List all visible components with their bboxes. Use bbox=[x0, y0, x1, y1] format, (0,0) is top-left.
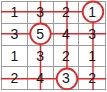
cell-value: 2 bbox=[10, 71, 18, 85]
cell-value: 3 bbox=[88, 27, 96, 41]
cell-r1c1[interactable]: 1 bbox=[2, 2, 28, 24]
cell-value: 1 bbox=[88, 49, 96, 63]
cell-r3c2[interactable]: 3 bbox=[28, 46, 54, 68]
cell-r4c2[interactable]: 4 bbox=[28, 67, 54, 89]
number-grid: 1 3 2 1 3 5 4 3 1 3 2 1 2 4 3 2 bbox=[1, 1, 106, 90]
cell-value: 2 bbox=[62, 5, 70, 19]
cell-r4c4[interactable]: 2 bbox=[79, 67, 105, 89]
cell-value: 3 bbox=[36, 5, 44, 19]
cell-r3c1[interactable]: 1 bbox=[2, 46, 28, 68]
cell-value: 1 bbox=[88, 5, 96, 19]
cell-value: 1 bbox=[10, 49, 18, 63]
cell-value: 4 bbox=[36, 71, 44, 85]
cell-r1c4[interactable]: 1 bbox=[79, 2, 105, 24]
cell-r4c1[interactable]: 2 bbox=[2, 67, 28, 89]
cell-r1c2[interactable]: 3 bbox=[28, 2, 54, 24]
cell-value: 2 bbox=[62, 49, 70, 63]
cell-r2c2[interactable]: 5 bbox=[28, 24, 54, 46]
cell-value: 1 bbox=[10, 5, 18, 19]
cell-r1c3[interactable]: 2 bbox=[54, 2, 80, 24]
cell-value: 3 bbox=[10, 27, 18, 41]
cell-value: 3 bbox=[62, 71, 70, 85]
board: 1 3 2 1 3 5 4 3 1 3 2 1 2 4 3 2 bbox=[0, 0, 107, 92]
cell-value: 4 bbox=[62, 27, 70, 41]
cell-r4c3[interactable]: 3 bbox=[54, 67, 80, 89]
cell-r3c4[interactable]: 1 bbox=[79, 46, 105, 68]
cell-value: 3 bbox=[36, 49, 44, 63]
cell-value: 5 bbox=[36, 27, 44, 41]
cell-value: 2 bbox=[88, 71, 96, 85]
cell-r3c3[interactable]: 2 bbox=[54, 46, 80, 68]
cell-r2c1[interactable]: 3 bbox=[2, 24, 28, 46]
cell-r2c4[interactable]: 3 bbox=[79, 24, 105, 46]
cell-r2c3[interactable]: 4 bbox=[54, 24, 80, 46]
